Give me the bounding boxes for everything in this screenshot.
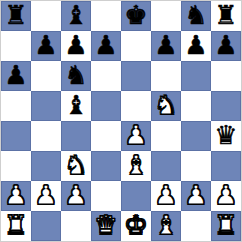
square-f6[interactable] [151, 61, 181, 91]
square-g5[interactable] [181, 91, 211, 121]
piece-black-king[interactable]: ♚ [124, 0, 147, 30]
square-d3[interactable] [91, 151, 121, 181]
square-a4[interactable] [1, 121, 31, 151]
piece-white-knight[interactable]: ♞ [64, 150, 87, 180]
square-f4[interactable] [151, 121, 181, 151]
square-b6[interactable] [31, 61, 61, 91]
square-e2[interactable] [121, 181, 151, 211]
square-a1[interactable]: ♜ [1, 211, 31, 241]
piece-white-pawn[interactable]: ♟ [64, 180, 87, 210]
square-a3[interactable] [1, 151, 31, 181]
piece-black-rook[interactable]: ♜ [4, 0, 27, 30]
square-d2[interactable] [91, 181, 121, 211]
square-c1[interactable] [61, 211, 91, 241]
piece-white-rook[interactable]: ♜ [214, 210, 237, 240]
piece-black-bishop[interactable]: ♝ [64, 0, 87, 30]
piece-black-rook[interactable]: ♜ [214, 0, 237, 30]
square-b3[interactable] [31, 151, 61, 181]
square-a5[interactable] [1, 91, 31, 121]
piece-white-pawn[interactable]: ♟ [184, 180, 207, 210]
piece-black-pawn[interactable]: ♟ [64, 30, 87, 60]
square-g8[interactable]: ♞ [181, 1, 211, 31]
square-e1[interactable]: ♚ [121, 211, 151, 241]
square-e8[interactable]: ♚ [121, 1, 151, 31]
square-g4[interactable] [181, 121, 211, 151]
square-e7[interactable] [121, 31, 151, 61]
square-e5[interactable] [121, 91, 151, 121]
square-c8[interactable]: ♝ [61, 1, 91, 31]
square-g3[interactable] [181, 151, 211, 181]
square-e3[interactable]: ♝ [121, 151, 151, 181]
square-f3[interactable] [151, 151, 181, 181]
square-c5[interactable]: ♝ [61, 91, 91, 121]
square-f2[interactable]: ♟ [151, 181, 181, 211]
piece-black-knight[interactable]: ♞ [64, 60, 87, 90]
square-a2[interactable]: ♟ [1, 181, 31, 211]
piece-black-bishop[interactable]: ♝ [64, 90, 87, 120]
square-c7[interactable]: ♟ [61, 31, 91, 61]
square-g1[interactable] [181, 211, 211, 241]
piece-white-pawn[interactable]: ♟ [34, 180, 57, 210]
square-d6[interactable] [91, 61, 121, 91]
chess-board: ♜♝♚♞♜♟♟♟♟♟♟♟♞♝♞♟♛♞♝♟♟♟♟♟♟♜♛♚♝♜ [1, 1, 241, 241]
piece-white-pawn[interactable]: ♟ [124, 120, 147, 150]
square-b4[interactable] [31, 121, 61, 151]
piece-white-knight[interactable]: ♞ [154, 90, 177, 120]
piece-white-pawn[interactable]: ♟ [154, 180, 177, 210]
square-h4[interactable]: ♛ [211, 121, 241, 151]
piece-black-pawn[interactable]: ♟ [34, 30, 57, 60]
piece-black-pawn[interactable]: ♟ [4, 60, 27, 90]
piece-black-knight[interactable]: ♞ [184, 0, 207, 30]
square-f5[interactable]: ♞ [151, 91, 181, 121]
piece-black-pawn[interactable]: ♟ [94, 30, 117, 60]
piece-white-pawn[interactable]: ♟ [214, 180, 237, 210]
square-b8[interactable] [31, 1, 61, 31]
piece-black-pawn[interactable]: ♟ [184, 30, 207, 60]
square-d4[interactable] [91, 121, 121, 151]
chess-board-frame: ♜♝♚♞♜♟♟♟♟♟♟♟♞♝♞♟♛♞♝♟♟♟♟♟♟♜♛♚♝♜ [0, 0, 242, 242]
square-c6[interactable]: ♞ [61, 61, 91, 91]
square-b7[interactable]: ♟ [31, 31, 61, 61]
square-h1[interactable]: ♜ [211, 211, 241, 241]
square-h6[interactable] [211, 61, 241, 91]
square-h7[interactable]: ♟ [211, 31, 241, 61]
square-f8[interactable] [151, 1, 181, 31]
square-a6[interactable]: ♟ [1, 61, 31, 91]
piece-black-pawn[interactable]: ♟ [154, 30, 177, 60]
square-h5[interactable] [211, 91, 241, 121]
square-f7[interactable]: ♟ [151, 31, 181, 61]
square-d5[interactable] [91, 91, 121, 121]
square-c2[interactable]: ♟ [61, 181, 91, 211]
square-e6[interactable] [121, 61, 151, 91]
piece-black-pawn[interactable]: ♟ [214, 30, 237, 60]
square-d1[interactable]: ♛ [91, 211, 121, 241]
square-c4[interactable] [61, 121, 91, 151]
piece-black-queen[interactable]: ♛ [214, 120, 237, 150]
piece-white-pawn[interactable]: ♟ [4, 180, 27, 210]
square-g7[interactable]: ♟ [181, 31, 211, 61]
square-g6[interactable] [181, 61, 211, 91]
piece-white-bishop[interactable]: ♝ [124, 150, 147, 180]
square-h3[interactable] [211, 151, 241, 181]
square-h2[interactable]: ♟ [211, 181, 241, 211]
piece-white-king[interactable]: ♚ [124, 210, 147, 240]
square-b1[interactable] [31, 211, 61, 241]
square-h8[interactable]: ♜ [211, 1, 241, 31]
square-g2[interactable]: ♟ [181, 181, 211, 211]
square-d7[interactable]: ♟ [91, 31, 121, 61]
piece-white-rook[interactable]: ♜ [4, 210, 27, 240]
square-a7[interactable] [1, 31, 31, 61]
square-a8[interactable]: ♜ [1, 1, 31, 31]
square-f1[interactable]: ♝ [151, 211, 181, 241]
piece-white-bishop[interactable]: ♝ [154, 210, 177, 240]
square-c3[interactable]: ♞ [61, 151, 91, 181]
square-b5[interactable] [31, 91, 61, 121]
piece-white-queen[interactable]: ♛ [94, 210, 117, 240]
square-b2[interactable]: ♟ [31, 181, 61, 211]
square-d8[interactable] [91, 1, 121, 31]
square-e4[interactable]: ♟ [121, 121, 151, 151]
